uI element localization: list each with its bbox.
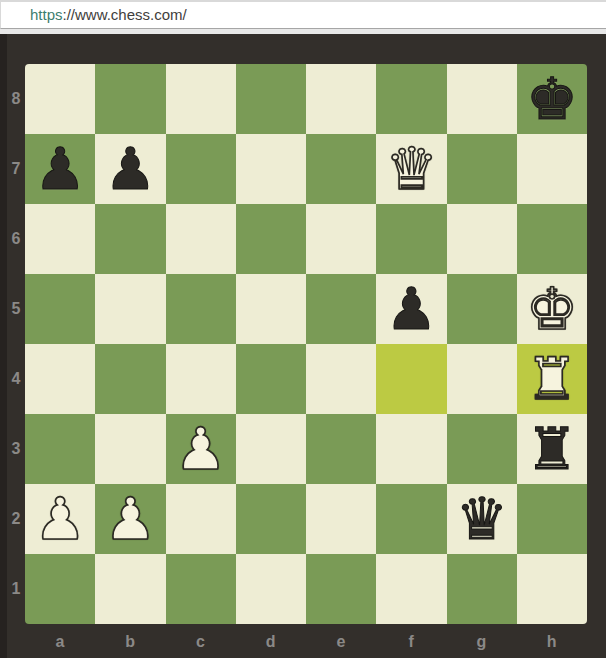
chess-board: ♚♟♟♛♟♚♜♟♜♟♟♛ xyxy=(25,64,587,624)
rank-label-4: 4 xyxy=(7,344,25,414)
file-label-d: d xyxy=(236,630,306,654)
piece-black-king[interactable]: ♚ xyxy=(517,64,587,134)
rank-label-2: 2 xyxy=(7,484,25,554)
file-label-e: e xyxy=(306,630,376,654)
piece-white-pawn[interactable]: ♟ xyxy=(95,484,165,554)
square-a5[interactable] xyxy=(25,274,95,344)
rank-label-7: 7 xyxy=(7,134,25,204)
square-h5[interactable]: ♚ xyxy=(517,274,587,344)
square-d4[interactable] xyxy=(236,344,306,414)
square-a7[interactable]: ♟ xyxy=(25,134,95,204)
square-e3[interactable] xyxy=(306,414,376,484)
square-d1[interactable] xyxy=(236,554,306,624)
browser-url-bar[interactable]: https://www.chess.com/ xyxy=(0,0,606,29)
piece-black-pawn[interactable]: ♟ xyxy=(25,134,95,204)
rank-label-3: 3 xyxy=(7,414,25,484)
square-c4[interactable] xyxy=(166,344,236,414)
square-f8[interactable] xyxy=(376,64,446,134)
piece-white-pawn[interactable]: ♟ xyxy=(166,414,236,484)
square-f6[interactable] xyxy=(376,204,446,274)
file-label-g: g xyxy=(447,630,517,654)
square-b3[interactable] xyxy=(95,414,165,484)
square-f5[interactable]: ♟ xyxy=(376,274,446,344)
piece-black-rook[interactable]: ♜ xyxy=(517,414,587,484)
square-c8[interactable] xyxy=(166,64,236,134)
square-f3[interactable] xyxy=(376,414,446,484)
url-scheme: https xyxy=(30,6,63,23)
square-h7[interactable] xyxy=(517,134,587,204)
square-d5[interactable] xyxy=(236,274,306,344)
square-e2[interactable] xyxy=(306,484,376,554)
rank-label-5: 5 xyxy=(7,274,25,344)
square-b7[interactable]: ♟ xyxy=(95,134,165,204)
square-e6[interactable] xyxy=(306,204,376,274)
square-h2[interactable] xyxy=(517,484,587,554)
square-h3[interactable]: ♜ xyxy=(517,414,587,484)
square-f4[interactable] xyxy=(376,344,446,414)
rank-label-6: 6 xyxy=(7,204,25,274)
square-d7[interactable] xyxy=(236,134,306,204)
square-e8[interactable] xyxy=(306,64,376,134)
piece-black-pawn[interactable]: ♟ xyxy=(376,274,446,344)
square-d6[interactable] xyxy=(236,204,306,274)
piece-black-queen[interactable]: ♛ xyxy=(447,484,517,554)
piece-white-pawn[interactable]: ♟ xyxy=(25,484,95,554)
file-label-b: b xyxy=(95,630,165,654)
square-h6[interactable] xyxy=(517,204,587,274)
square-c5[interactable] xyxy=(166,274,236,344)
square-b5[interactable] xyxy=(95,274,165,344)
file-label-f: f xyxy=(376,630,446,654)
square-b1[interactable] xyxy=(95,554,165,624)
square-a4[interactable] xyxy=(25,344,95,414)
square-f7[interactable]: ♛ xyxy=(376,134,446,204)
square-b8[interactable] xyxy=(95,64,165,134)
square-b6[interactable] xyxy=(95,204,165,274)
square-e4[interactable] xyxy=(306,344,376,414)
square-c7[interactable] xyxy=(166,134,236,204)
square-g6[interactable] xyxy=(447,204,517,274)
file-label-h: h xyxy=(517,630,587,654)
square-g3[interactable] xyxy=(447,414,517,484)
window-left-edge xyxy=(0,34,7,658)
square-a3[interactable] xyxy=(25,414,95,484)
rank-label-1: 1 xyxy=(7,554,25,624)
square-h8[interactable]: ♚ xyxy=(517,64,587,134)
square-h4[interactable]: ♜ xyxy=(517,344,587,414)
piece-white-king[interactable]: ♚ xyxy=(517,274,587,344)
square-g8[interactable] xyxy=(447,64,517,134)
square-d3[interactable] xyxy=(236,414,306,484)
square-g1[interactable] xyxy=(447,554,517,624)
square-a1[interactable] xyxy=(25,554,95,624)
square-g5[interactable] xyxy=(447,274,517,344)
square-g2[interactable]: ♛ xyxy=(447,484,517,554)
square-c6[interactable] xyxy=(166,204,236,274)
square-f2[interactable] xyxy=(376,484,446,554)
square-f1[interactable] xyxy=(376,554,446,624)
square-g4[interactable] xyxy=(447,344,517,414)
square-c3[interactable]: ♟ xyxy=(166,414,236,484)
square-a8[interactable] xyxy=(25,64,95,134)
square-g7[interactable] xyxy=(447,134,517,204)
urlbar-divider xyxy=(0,29,606,34)
square-a2[interactable]: ♟ xyxy=(25,484,95,554)
square-e7[interactable] xyxy=(306,134,376,204)
square-d8[interactable] xyxy=(236,64,306,134)
square-c2[interactable] xyxy=(166,484,236,554)
square-c1[interactable] xyxy=(166,554,236,624)
square-b4[interactable] xyxy=(95,344,165,414)
piece-white-queen[interactable]: ♛ xyxy=(376,134,446,204)
square-h1[interactable] xyxy=(517,554,587,624)
square-e1[interactable] xyxy=(306,554,376,624)
url-rest: ://www.chess.com/ xyxy=(63,6,187,23)
square-a6[interactable] xyxy=(25,204,95,274)
file-label-c: c xyxy=(166,630,236,654)
square-e5[interactable] xyxy=(306,274,376,344)
rank-label-8: 8 xyxy=(7,64,25,134)
piece-white-rook[interactable]: ♜ xyxy=(517,344,587,414)
square-d2[interactable] xyxy=(236,484,306,554)
square-b2[interactable]: ♟ xyxy=(95,484,165,554)
file-label-a: a xyxy=(25,630,95,654)
piece-black-pawn[interactable]: ♟ xyxy=(95,134,165,204)
